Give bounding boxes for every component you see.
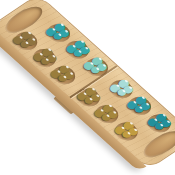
bead: ● [39, 55, 54, 67]
bead: ● [115, 86, 130, 98]
bead: ● [43, 24, 61, 38]
bead: ● [90, 54, 108, 68]
bead: ● [100, 111, 115, 123]
hinge-pin-icon [69, 105, 75, 110]
bead: ● [64, 41, 82, 55]
bead: ● [72, 37, 90, 51]
mancala-scene: ●●●●●●●●●●●●●●●●●●●●●●●● ●●●●●●●●●●●●●●●… [0, 0, 175, 175]
bead: ● [153, 120, 168, 132]
bead: ● [126, 125, 143, 138]
bead: ● [92, 106, 110, 120]
bead: ● [77, 43, 94, 56]
bead: ● [72, 47, 87, 59]
bead: ● [159, 117, 175, 130]
bead: ● [138, 100, 155, 113]
bead: ● [132, 103, 147, 115]
pit-bottom-6[interactable]: ●●●● [111, 119, 143, 144]
bead: ● [81, 58, 99, 72]
bead: ● [62, 68, 79, 81]
bead: ● [121, 118, 139, 132]
bead: ● [52, 20, 70, 34]
bead: ● [154, 110, 172, 124]
bead: ● [18, 38, 33, 50]
bead: ● [31, 50, 49, 64]
bead: ● [125, 98, 143, 112]
bead: ● [48, 66, 66, 80]
bead: ● [112, 123, 130, 137]
bead: ● [57, 26, 74, 39]
pit-bottom-3[interactable]: ●●●● [48, 62, 80, 87]
bead: ● [45, 52, 62, 65]
bead: ● [145, 115, 163, 129]
bead: ● [121, 83, 138, 96]
bead: ● [11, 33, 29, 47]
bead: ● [51, 30, 66, 42]
bead: ● [105, 108, 122, 121]
bead: ● [88, 91, 105, 104]
hinge-pin-icon [59, 96, 65, 101]
mancala-board: ●●●●●●●●●●●●●●●●●●●●●●●● ●●●●●●●●●●●●●●●… [0, 0, 175, 170]
bead: ● [56, 72, 71, 84]
bead: ● [100, 101, 118, 115]
bead: ● [57, 62, 75, 76]
bead: ● [116, 76, 134, 90]
bead: ● [24, 35, 41, 48]
bead: ● [82, 94, 97, 106]
bead: ● [39, 45, 57, 59]
bead: ● [120, 128, 135, 140]
bead: ● [19, 28, 37, 42]
bead: ● [107, 81, 125, 95]
bead: ● [133, 93, 151, 107]
